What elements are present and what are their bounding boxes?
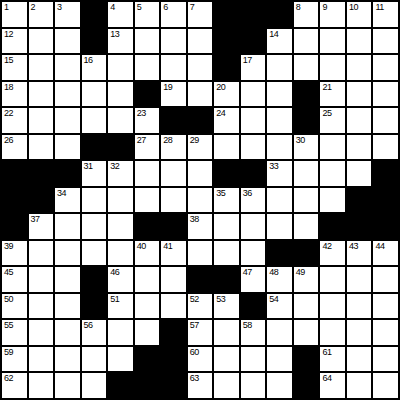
- clue-number: 30: [296, 135, 305, 146]
- crossword-cell[interactable]: 63: [188, 373, 213, 398]
- crossword-cell[interactable]: [82, 214, 107, 239]
- crossword-cell[interactable]: [267, 55, 292, 80]
- black-cell: [82, 2, 107, 27]
- crossword-cell[interactable]: [55, 29, 80, 54]
- clue-number: 27: [137, 135, 146, 146]
- crossword-cell[interactable]: 19: [161, 82, 186, 107]
- crossword-cell[interactable]: [320, 161, 345, 186]
- crossword-cell[interactable]: [241, 214, 266, 239]
- black-cell: [373, 161, 398, 186]
- crossword-cell[interactable]: [135, 161, 160, 186]
- crossword-cell[interactable]: [267, 373, 292, 398]
- crossword-cell[interactable]: [55, 294, 80, 319]
- crossword-cell[interactable]: [29, 267, 54, 292]
- clue-number: 38: [190, 214, 199, 225]
- crossword-cell[interactable]: [135, 294, 160, 319]
- crossword-cell[interactable]: 51: [108, 294, 133, 319]
- crossword-cell[interactable]: [373, 267, 398, 292]
- clue-number: 61: [322, 347, 331, 358]
- black-cell: [82, 267, 107, 292]
- crossword-cell[interactable]: [347, 320, 372, 345]
- clue-number: 45: [4, 267, 13, 278]
- black-cell: [82, 29, 107, 54]
- crossword-cell[interactable]: [161, 294, 186, 319]
- crossword-cell[interactable]: 28: [161, 135, 186, 160]
- crossword-cell[interactable]: 31: [82, 161, 107, 186]
- clue-number: 16: [84, 55, 93, 66]
- crossword-cell[interactable]: [320, 267, 345, 292]
- crossword-cell[interactable]: [29, 135, 54, 160]
- crossword-cell[interactable]: 4: [108, 2, 133, 27]
- clue-number: 1: [4, 2, 9, 13]
- crossword-cell[interactable]: [294, 294, 319, 319]
- crossword-cell[interactable]: [29, 320, 54, 345]
- crossword-cell[interactable]: [214, 241, 239, 266]
- clue-number: 26: [4, 135, 13, 146]
- crossword-cell[interactable]: 42: [320, 241, 345, 266]
- crossword-cell[interactable]: 61: [320, 347, 345, 372]
- crossword-cell[interactable]: 9: [320, 2, 345, 27]
- crossword-cell[interactable]: 11: [373, 2, 398, 27]
- crossword-cell[interactable]: [214, 373, 239, 398]
- crossword-cell[interactable]: 47: [241, 267, 266, 292]
- clue-number: 33: [269, 161, 278, 172]
- crossword-cell[interactable]: 21: [320, 82, 345, 107]
- crossword-cell[interactable]: [373, 294, 398, 319]
- crossword-cell[interactable]: 56: [82, 320, 107, 345]
- clue-number: 32: [110, 161, 119, 172]
- crossword-cell[interactable]: 45: [2, 267, 27, 292]
- black-cell: [320, 214, 345, 239]
- clue-number: 12: [4, 29, 13, 40]
- black-cell: [161, 108, 186, 133]
- clue-number: 50: [4, 294, 13, 305]
- clue-number: 60: [190, 347, 199, 358]
- black-cell: [82, 294, 107, 319]
- clue-number: 46: [110, 267, 119, 278]
- crossword-cell[interactable]: [241, 241, 266, 266]
- clue-number: 63: [190, 373, 199, 384]
- crossword-cell[interactable]: [108, 82, 133, 107]
- black-cell: [29, 188, 54, 213]
- crossword-cell[interactable]: [347, 294, 372, 319]
- black-cell: [2, 214, 27, 239]
- black-cell: [241, 2, 266, 27]
- clue-number: 55: [4, 320, 13, 331]
- black-cell: [241, 29, 266, 54]
- clue-number: 25: [322, 108, 331, 119]
- clue-number: 29: [190, 135, 199, 146]
- clue-number: 54: [269, 294, 278, 305]
- crossword-cell[interactable]: 22: [2, 108, 27, 133]
- crossword-cell[interactable]: 29: [188, 135, 213, 160]
- black-cell: [214, 161, 239, 186]
- crossword-cell[interactable]: 53: [214, 294, 239, 319]
- black-cell: [135, 347, 160, 372]
- clue-number: 5: [137, 2, 142, 13]
- clue-number: 7: [190, 2, 195, 13]
- crossword-cell[interactable]: [108, 188, 133, 213]
- crossword-cell[interactable]: 12: [2, 29, 27, 54]
- crossword-cell[interactable]: [373, 29, 398, 54]
- crossword-cell[interactable]: [29, 347, 54, 372]
- crossword-cell[interactable]: [29, 108, 54, 133]
- clue-number: 13: [110, 29, 119, 40]
- black-cell: [294, 82, 319, 107]
- clue-number: 59: [4, 347, 13, 358]
- crossword-cell[interactable]: 55: [2, 320, 27, 345]
- crossword-cell[interactable]: 23: [135, 108, 160, 133]
- crossword-cell[interactable]: [29, 55, 54, 80]
- clue-number: 24: [216, 108, 225, 119]
- crossword-cell[interactable]: 58: [241, 320, 266, 345]
- crossword-cell[interactable]: [135, 267, 160, 292]
- crossword-cell[interactable]: [29, 82, 54, 107]
- crossword-cell[interactable]: [267, 108, 292, 133]
- crossword-cell[interactable]: [82, 347, 107, 372]
- clue-number: 43: [349, 241, 358, 252]
- clue-number: 10: [349, 2, 358, 13]
- crossword-cell[interactable]: 39: [2, 241, 27, 266]
- crossword-cell[interactable]: [108, 320, 133, 345]
- crossword-cell[interactable]: [108, 347, 133, 372]
- clue-number: 21: [322, 82, 331, 93]
- crossword-cell[interactable]: [294, 214, 319, 239]
- clue-number: 18: [4, 82, 13, 93]
- crossword-cell[interactable]: [55, 347, 80, 372]
- crossword-cell[interactable]: [214, 347, 239, 372]
- crossword-cell[interactable]: 8: [294, 2, 319, 27]
- crossword-cell[interactable]: [82, 108, 107, 133]
- crossword-cell[interactable]: 62: [2, 373, 27, 398]
- crossword-cell[interactable]: [294, 188, 319, 213]
- clue-number: 53: [216, 294, 225, 305]
- black-cell: [241, 161, 266, 186]
- clue-number: 52: [190, 294, 199, 305]
- clue-number: 28: [163, 135, 172, 146]
- clue-number: 14: [269, 29, 278, 40]
- crossword-cell[interactable]: [347, 82, 372, 107]
- crossword-cell[interactable]: [267, 214, 292, 239]
- crossword-cell[interactable]: [55, 241, 80, 266]
- black-cell: [161, 320, 186, 345]
- crossword-cell[interactable]: 57: [188, 320, 213, 345]
- crossword-cell[interactable]: [347, 135, 372, 160]
- black-cell: [29, 161, 54, 186]
- crossword-cell[interactable]: 46: [108, 267, 133, 292]
- clue-number: 48: [269, 267, 278, 278]
- crossword-cell[interactable]: [55, 55, 80, 80]
- crossword-cell[interactable]: 34: [55, 188, 80, 213]
- crossword-cell[interactable]: 40: [135, 241, 160, 266]
- crossword-cell[interactable]: [373, 347, 398, 372]
- crossword-cell[interactable]: [188, 241, 213, 266]
- crossword-cell[interactable]: [29, 241, 54, 266]
- crossword-cell[interactable]: [294, 320, 319, 345]
- clue-number: 49: [296, 267, 305, 278]
- crossword-cell[interactable]: [55, 267, 80, 292]
- crossword-cell[interactable]: [347, 267, 372, 292]
- clue-number: 2: [31, 2, 36, 13]
- black-cell: [294, 241, 319, 266]
- crossword-cell[interactable]: 18: [2, 82, 27, 107]
- clue-number: 23: [137, 108, 146, 119]
- crossword-cell[interactable]: [241, 347, 266, 372]
- black-cell: [108, 135, 133, 160]
- crossword-cell[interactable]: 6: [161, 2, 186, 27]
- clue-number: 31: [84, 161, 93, 172]
- black-cell: [55, 161, 80, 186]
- black-cell: [294, 373, 319, 398]
- crossword-cell[interactable]: [320, 188, 345, 213]
- clue-number: 34: [57, 188, 66, 199]
- clue-number: 42: [322, 241, 331, 252]
- black-cell: [373, 214, 398, 239]
- black-cell: [82, 135, 107, 160]
- crossword-cell[interactable]: [267, 347, 292, 372]
- crossword-cell[interactable]: 3: [55, 2, 80, 27]
- crossword-cell[interactable]: 48: [267, 267, 292, 292]
- black-cell: [135, 214, 160, 239]
- black-cell: [2, 161, 27, 186]
- crossword-cell[interactable]: [347, 373, 372, 398]
- crossword-cell[interactable]: 52: [188, 294, 213, 319]
- clue-number: 3: [57, 2, 62, 13]
- clue-number: 39: [4, 241, 13, 252]
- crossword-cell[interactable]: [373, 135, 398, 160]
- crossword-cell[interactable]: 24: [214, 108, 239, 133]
- black-cell: [347, 214, 372, 239]
- crossword-cell[interactable]: [214, 214, 239, 239]
- crossword-cell[interactable]: [82, 82, 107, 107]
- clue-number: 36: [243, 188, 252, 199]
- crossword-cell[interactable]: [29, 29, 54, 54]
- black-cell: [214, 2, 239, 27]
- clue-number: 47: [243, 267, 252, 278]
- crossword-cell[interactable]: [135, 188, 160, 213]
- crossword-cell[interactable]: 1: [2, 2, 27, 27]
- crossword-cell[interactable]: 44: [373, 241, 398, 266]
- crossword-cell[interactable]: [161, 55, 186, 80]
- black-cell: [108, 373, 133, 398]
- crossword-cell[interactable]: [55, 108, 80, 133]
- black-cell: [161, 373, 186, 398]
- clue-number: 17: [243, 55, 252, 66]
- crossword-cell[interactable]: [188, 55, 213, 80]
- crossword-cell[interactable]: [320, 320, 345, 345]
- crossword-cell[interactable]: [82, 188, 107, 213]
- crossword-cell[interactable]: [320, 135, 345, 160]
- crossword-cell[interactable]: [241, 108, 266, 133]
- crossword-cell[interactable]: 64: [320, 373, 345, 398]
- crossword-cell[interactable]: [29, 373, 54, 398]
- clue-number: 51: [110, 294, 119, 305]
- black-cell: [161, 347, 186, 372]
- clue-number: 44: [375, 241, 384, 252]
- crossword-cell[interactable]: 17: [241, 55, 266, 80]
- black-cell: [161, 214, 186, 239]
- crossword-cell[interactable]: 26: [2, 135, 27, 160]
- crossword-cell[interactable]: [294, 161, 319, 186]
- crossword-cell[interactable]: [373, 82, 398, 107]
- crossword-cell[interactable]: [214, 135, 239, 160]
- black-cell: [135, 373, 160, 398]
- crossword-cell[interactable]: [161, 188, 186, 213]
- crossword-cell[interactable]: [267, 82, 292, 107]
- crossword-cell[interactable]: [161, 29, 186, 54]
- black-cell: [373, 188, 398, 213]
- clue-number: 19: [163, 82, 172, 93]
- clue-number: 40: [137, 241, 146, 252]
- clue-number: 64: [322, 373, 331, 384]
- crossword-cell[interactable]: [188, 29, 213, 54]
- crossword-cell[interactable]: [55, 320, 80, 345]
- clue-number: 41: [163, 241, 172, 252]
- crossword-cell[interactable]: 2: [29, 2, 54, 27]
- clue-number: 57: [190, 320, 199, 331]
- black-cell: [267, 2, 292, 27]
- clue-number: 9: [322, 2, 327, 13]
- crossword-cell[interactable]: [373, 55, 398, 80]
- crossword-cell[interactable]: [347, 29, 372, 54]
- crossword-cell[interactable]: [55, 82, 80, 107]
- crossword-cell[interactable]: 59: [2, 347, 27, 372]
- black-cell: [214, 55, 239, 80]
- crossword-cell[interactable]: 16: [82, 55, 107, 80]
- black-cell: [214, 267, 239, 292]
- crossword-cell[interactable]: [188, 188, 213, 213]
- crossword-cell[interactable]: 5: [135, 2, 160, 27]
- crossword-cell[interactable]: [267, 188, 292, 213]
- black-cell: [347, 188, 372, 213]
- crossword-cell[interactable]: 13: [108, 29, 133, 54]
- crossword-cell[interactable]: [267, 320, 292, 345]
- crossword-cell[interactable]: [55, 214, 80, 239]
- crossword-cell[interactable]: [135, 320, 160, 345]
- crossword-cell[interactable]: [320, 55, 345, 80]
- crossword-cell[interactable]: [108, 214, 133, 239]
- clue-number: 15: [4, 55, 13, 66]
- crossword-cell[interactable]: 41: [161, 241, 186, 266]
- crossword-cell[interactable]: 10: [347, 2, 372, 27]
- crossword-cell[interactable]: [82, 373, 107, 398]
- crossword-cell[interactable]: [320, 294, 345, 319]
- clue-number: 4: [110, 2, 115, 13]
- crossword-cell[interactable]: 49: [294, 267, 319, 292]
- crossword-cell[interactable]: [347, 161, 372, 186]
- crossword-cell[interactable]: [347, 347, 372, 372]
- crossword-cell[interactable]: [108, 55, 133, 80]
- crossword-cell[interactable]: [320, 29, 345, 54]
- crossword-cell[interactable]: 37: [29, 214, 54, 239]
- clue-number: 8: [296, 2, 301, 13]
- black-cell: [135, 82, 160, 107]
- crossword-cell[interactable]: [188, 161, 213, 186]
- crossword-cell[interactable]: [29, 294, 54, 319]
- black-cell: [188, 108, 213, 133]
- crossword-cell[interactable]: 25: [320, 108, 345, 133]
- black-cell: [267, 241, 292, 266]
- crossword-cell[interactable]: 36: [241, 188, 266, 213]
- black-cell: [188, 267, 213, 292]
- crossword-cell[interactable]: 7: [188, 2, 213, 27]
- crossword-cell[interactable]: [108, 241, 133, 266]
- crossword-cell[interactable]: [214, 320, 239, 345]
- black-cell: [241, 294, 266, 319]
- black-cell: [294, 108, 319, 133]
- crossword-cell[interactable]: 50: [2, 294, 27, 319]
- crossword-cell[interactable]: [82, 241, 107, 266]
- crossword-cell[interactable]: [161, 161, 186, 186]
- crossword-cell[interactable]: 35: [214, 188, 239, 213]
- crossword-cell[interactable]: 33: [267, 161, 292, 186]
- crossword-cell[interactable]: [135, 55, 160, 80]
- clue-number: 35: [216, 188, 225, 199]
- crossword-cell[interactable]: 14: [267, 29, 292, 54]
- crossword-cell[interactable]: [347, 55, 372, 80]
- crossword-cell[interactable]: 32: [108, 161, 133, 186]
- crossword-cell[interactable]: 60: [188, 347, 213, 372]
- crossword-cell[interactable]: 30: [294, 135, 319, 160]
- crossword-cell[interactable]: [108, 108, 133, 133]
- crossword-cell[interactable]: 20: [214, 82, 239, 107]
- crossword-cell[interactable]: 43: [347, 241, 372, 266]
- clue-number: 6: [163, 2, 168, 13]
- crossword-cell[interactable]: [55, 373, 80, 398]
- crossword-cell[interactable]: [188, 82, 213, 107]
- crossword-cell[interactable]: [373, 108, 398, 133]
- clue-number: 20: [216, 82, 225, 93]
- black-cell: [214, 29, 239, 54]
- clue-number: 22: [4, 108, 13, 119]
- crossword-cell[interactable]: [161, 267, 186, 292]
- clue-number: 58: [243, 320, 252, 331]
- clue-number: 37: [31, 214, 40, 225]
- crossword-cell[interactable]: [373, 320, 398, 345]
- crossword-cell[interactable]: [347, 108, 372, 133]
- crossword-cell[interactable]: 54: [267, 294, 292, 319]
- crossword-cell[interactable]: [373, 373, 398, 398]
- clue-number: 62: [4, 373, 13, 384]
- crossword-cell[interactable]: [241, 82, 266, 107]
- crossword-cell[interactable]: [241, 373, 266, 398]
- crossword-cell[interactable]: 15: [2, 55, 27, 80]
- crossword-cell[interactable]: 27: [135, 135, 160, 160]
- crossword-cell[interactable]: [55, 135, 80, 160]
- clue-number: 11: [375, 2, 383, 13]
- crossword-cell[interactable]: [241, 135, 266, 160]
- black-cell: [2, 188, 27, 213]
- crossword-cell[interactable]: [294, 29, 319, 54]
- black-cell: [294, 347, 319, 372]
- clue-number: 56: [84, 320, 93, 331]
- crossword-cell[interactable]: [267, 135, 292, 160]
- crossword-cell[interactable]: 38: [188, 214, 213, 239]
- crossword-cell[interactable]: [135, 29, 160, 54]
- crossword-board: 1234567891011121314151617181920212223242…: [0, 0, 400, 400]
- crossword-cell[interactable]: [294, 55, 319, 80]
